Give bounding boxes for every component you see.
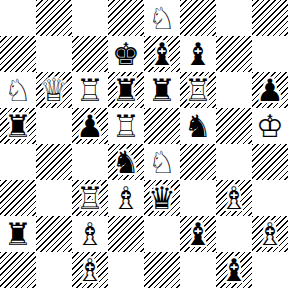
square-h7[interactable] [252,36,288,72]
square-h4[interactable] [252,144,288,180]
square-f7[interactable]: ♝ [180,36,216,72]
square-e3[interactable]: ♛ [144,180,180,216]
black-rook-e6[interactable]: ♜ [148,72,176,108]
square-c5[interactable]: ♟ [72,108,108,144]
white-bishop-c1[interactable]: ♗ [76,252,104,288]
square-h6[interactable]: ♟ [252,72,288,108]
square-c3[interactable]: ♖ [72,180,108,216]
square-f8[interactable] [180,0,216,36]
square-b3[interactable] [36,180,72,216]
white-rook-f6[interactable]: ♖ [184,72,212,108]
black-knight-f5[interactable]: ♞ [184,108,212,144]
square-a1[interactable] [0,252,36,288]
white-knight-e8[interactable]: ♘ [148,0,176,36]
square-e2[interactable] [144,216,180,252]
black-rook-d6[interactable]: ♜ [112,72,140,108]
square-a2[interactable]: ♜ [0,216,36,252]
square-c1[interactable]: ♗ [72,252,108,288]
white-rook-c3[interactable]: ♖ [76,180,104,216]
square-h5[interactable]: ♔ [252,108,288,144]
white-knight-e4[interactable]: ♘ [148,144,176,180]
black-bishop-f7[interactable]: ♝ [184,36,212,72]
square-g7[interactable] [216,36,252,72]
square-d2[interactable] [108,216,144,252]
square-d3[interactable]: ♗ [108,180,144,216]
square-e1[interactable] [144,252,180,288]
white-bishop-h2[interactable]: ♗ [256,216,284,252]
square-b7[interactable] [36,36,72,72]
square-a3[interactable] [0,180,36,216]
black-queen-e3[interactable]: ♛ [148,180,176,216]
black-bishop-g1[interactable]: ♝ [220,252,248,288]
square-g6[interactable] [216,72,252,108]
white-knight-a6[interactable]: ♘ [4,72,32,108]
square-c4[interactable] [72,144,108,180]
black-rook-a2[interactable]: ♜ [4,216,32,252]
square-c8[interactable] [72,0,108,36]
square-a4[interactable] [0,144,36,180]
black-pawn-c5[interactable]: ♟ [76,108,104,144]
square-a7[interactable] [0,36,36,72]
square-b4[interactable] [36,144,72,180]
square-e7[interactable]: ♝ [144,36,180,72]
square-c7[interactable] [72,36,108,72]
square-g3[interactable]: ♗ [216,180,252,216]
white-rook-d5[interactable]: ♖ [112,108,140,144]
black-knight-d4[interactable]: ♞ [112,144,140,180]
white-king-h5[interactable]: ♔ [256,108,284,144]
square-g2[interactable] [216,216,252,252]
square-f3[interactable] [180,180,216,216]
chess-board: ♘♚♝♝♘♕♖♜♜♖♟♜♟♖♞♔♞♘♖♗♛♗♜♗♝♗♗♝ [0,0,288,288]
square-e5[interactable] [144,108,180,144]
square-c6[interactable]: ♖ [72,72,108,108]
square-e8[interactable]: ♘ [144,0,180,36]
white-bishop-g3[interactable]: ♗ [220,180,248,216]
square-f4[interactable] [180,144,216,180]
square-c2[interactable]: ♗ [72,216,108,252]
square-h3[interactable] [252,180,288,216]
white-rook-c6[interactable]: ♖ [76,72,104,108]
square-b5[interactable] [36,108,72,144]
chess-diagram: ♘♚♝♝♘♕♖♜♜♖♟♜♟♖♞♔♞♘♖♗♛♗♜♗♝♗♗♝ [0,0,288,288]
white-bishop-d3[interactable]: ♗ [112,180,140,216]
square-b2[interactable] [36,216,72,252]
square-f1[interactable] [180,252,216,288]
black-bishop-f2[interactable]: ♝ [184,216,212,252]
square-h1[interactable] [252,252,288,288]
black-rook-a5[interactable]: ♜ [4,108,32,144]
square-a8[interactable] [0,0,36,36]
square-f6[interactable]: ♖ [180,72,216,108]
square-g8[interactable] [216,0,252,36]
square-h8[interactable] [252,0,288,36]
square-d6[interactable]: ♜ [108,72,144,108]
white-bishop-c2[interactable]: ♗ [76,216,104,252]
square-a5[interactable]: ♜ [0,108,36,144]
square-f2[interactable]: ♝ [180,216,216,252]
square-e4[interactable]: ♘ [144,144,180,180]
square-d5[interactable]: ♖ [108,108,144,144]
square-d7[interactable]: ♚ [108,36,144,72]
black-bishop-e7[interactable]: ♝ [148,36,176,72]
square-b8[interactable] [36,0,72,36]
square-h2[interactable]: ♗ [252,216,288,252]
square-f5[interactable]: ♞ [180,108,216,144]
square-b6[interactable]: ♕ [36,72,72,108]
square-a6[interactable]: ♘ [0,72,36,108]
white-queen-b6[interactable]: ♕ [40,72,68,108]
black-king-d7[interactable]: ♚ [112,36,140,72]
black-pawn-h6[interactable]: ♟ [256,72,284,108]
square-d1[interactable] [108,252,144,288]
square-d8[interactable] [108,0,144,36]
square-g5[interactable] [216,108,252,144]
square-d4[interactable]: ♞ [108,144,144,180]
square-g4[interactable] [216,144,252,180]
square-e6[interactable]: ♜ [144,72,180,108]
square-g1[interactable]: ♝ [216,252,252,288]
square-b1[interactable] [36,252,72,288]
